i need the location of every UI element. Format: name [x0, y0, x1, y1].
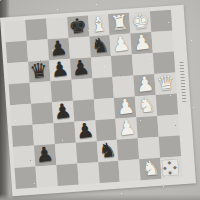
square-c7: ♟ — [47, 38, 69, 60]
square-e4 — [93, 98, 115, 120]
film-grain-dark — [0, 0, 1, 1]
piece-black-queen: ♛ — [29, 59, 49, 81]
piece-black-pawn: ♟ — [35, 143, 55, 165]
piece-white-king: ♚ — [130, 10, 150, 32]
piece-white-pawn: ♟ — [135, 73, 155, 95]
square-f5 — [113, 75, 135, 97]
board-grid: ♚♝♜♚♟♞♟♟♛♟♟♟♛♟♟♞♟♟♟♞♞ — [4, 10, 182, 189]
square-f7: ♟ — [110, 34, 132, 56]
piece-white-bishop: ♝ — [88, 13, 108, 35]
square-d7 — [68, 36, 90, 58]
square-h7 — [151, 31, 173, 53]
square-f6 — [111, 55, 133, 77]
square-b1 — [35, 165, 57, 187]
square-g1: ♞ — [139, 158, 161, 180]
logo-diamond-icon: ◆ — [168, 170, 172, 175]
square-a8 — [4, 20, 26, 42]
square-d4 — [73, 99, 95, 121]
square-b4 — [31, 102, 53, 124]
square-a6 — [7, 62, 29, 84]
square-f2 — [117, 138, 139, 160]
board-corner-logo: ◆ ◆ ◆ ◆ — [161, 159, 179, 177]
square-f1 — [119, 159, 141, 181]
square-b6: ♛ — [28, 60, 50, 82]
square-c8 — [46, 17, 68, 39]
piece-black-king: ♚ — [68, 14, 88, 36]
square-e7: ♞ — [89, 35, 111, 57]
square-c2 — [55, 143, 77, 165]
square-e2: ♞ — [96, 140, 118, 162]
square-c4: ♟ — [52, 101, 74, 123]
square-a1 — [15, 167, 37, 189]
square-h3 — [157, 114, 179, 136]
piece-white-pawn: ♟ — [117, 116, 137, 138]
piece-white-knight: ♞ — [136, 94, 156, 116]
piece-white-knight: ♞ — [140, 156, 160, 178]
square-d8: ♚ — [67, 16, 89, 38]
piece-black-pawn: ♟ — [53, 99, 73, 121]
piece-black-pawn: ♟ — [48, 37, 68, 59]
square-g5: ♟ — [134, 74, 156, 96]
square-h6 — [153, 52, 175, 74]
square-h5: ♛ — [154, 73, 176, 95]
square-a7 — [6, 41, 28, 63]
square-d1 — [77, 162, 99, 184]
square-c1 — [56, 164, 78, 186]
square-e6 — [90, 56, 112, 78]
square-c5 — [50, 80, 72, 102]
square-h8 — [150, 10, 172, 32]
square-e5 — [92, 77, 114, 99]
square-a3 — [12, 125, 34, 147]
square-e1 — [98, 161, 120, 183]
logo-diamond-icon: ◆ — [167, 160, 171, 165]
square-d3: ♟ — [74, 120, 96, 142]
square-a4 — [10, 104, 32, 126]
square-g8: ♚ — [129, 11, 151, 33]
square-b3 — [32, 123, 54, 145]
square-h2 — [159, 135, 181, 157]
square-g6 — [132, 53, 154, 75]
square-e3 — [95, 119, 117, 141]
piece-white-queen: ♛ — [155, 71, 175, 93]
square-b8 — [25, 18, 47, 40]
piece-white-pawn: ♟ — [115, 95, 135, 117]
piece-white-rook: ♜ — [109, 11, 129, 33]
piece-black-pawn: ♟ — [75, 119, 95, 141]
square-h4 — [156, 93, 178, 115]
square-f4: ♟ — [114, 96, 136, 118]
square-c3 — [53, 122, 75, 144]
square-a2 — [13, 146, 35, 168]
square-g7: ♟ — [131, 32, 153, 54]
chess-board: ♚♝♜♚♟♞♟♟♛♟♟♟♛♟♟♞♟♟♟♞♞ ◆ ◆ ◆ ◆ — [0, 5, 196, 196]
square-e8: ♝ — [88, 14, 110, 36]
square-b2: ♟ — [34, 144, 56, 166]
square-g3 — [137, 116, 159, 138]
piece-white-pawn: ♟ — [111, 32, 131, 54]
square-g2 — [138, 137, 160, 159]
logo-diamond-icon: ◆ — [163, 165, 167, 170]
logo-diamond-icon: ◆ — [173, 165, 177, 170]
piece-black-pawn: ♟ — [50, 57, 70, 79]
square-f8: ♜ — [108, 13, 130, 35]
square-b5 — [29, 81, 51, 103]
square-a5 — [9, 83, 31, 105]
square-c6: ♟ — [49, 59, 71, 81]
chessboard-photo: ♚♝♜♚♟♞♟♟♛♟♟♟♛♟♟♞♟♟♟♞♞ ◆ ◆ ◆ ◆ — [0, 0, 200, 200]
square-b7 — [27, 39, 49, 61]
square-d2 — [76, 141, 98, 163]
piece-black-knight: ♞ — [97, 138, 117, 160]
piece-black-knight: ♞ — [90, 34, 110, 56]
square-g4: ♞ — [135, 95, 157, 117]
piece-black-pawn: ♟ — [71, 56, 91, 78]
piece-white-pawn: ♟ — [132, 31, 152, 53]
square-d6: ♟ — [70, 57, 92, 79]
square-d5 — [71, 78, 93, 100]
board-edge-brand-text — [179, 60, 186, 102]
square-f3: ♟ — [116, 117, 138, 139]
